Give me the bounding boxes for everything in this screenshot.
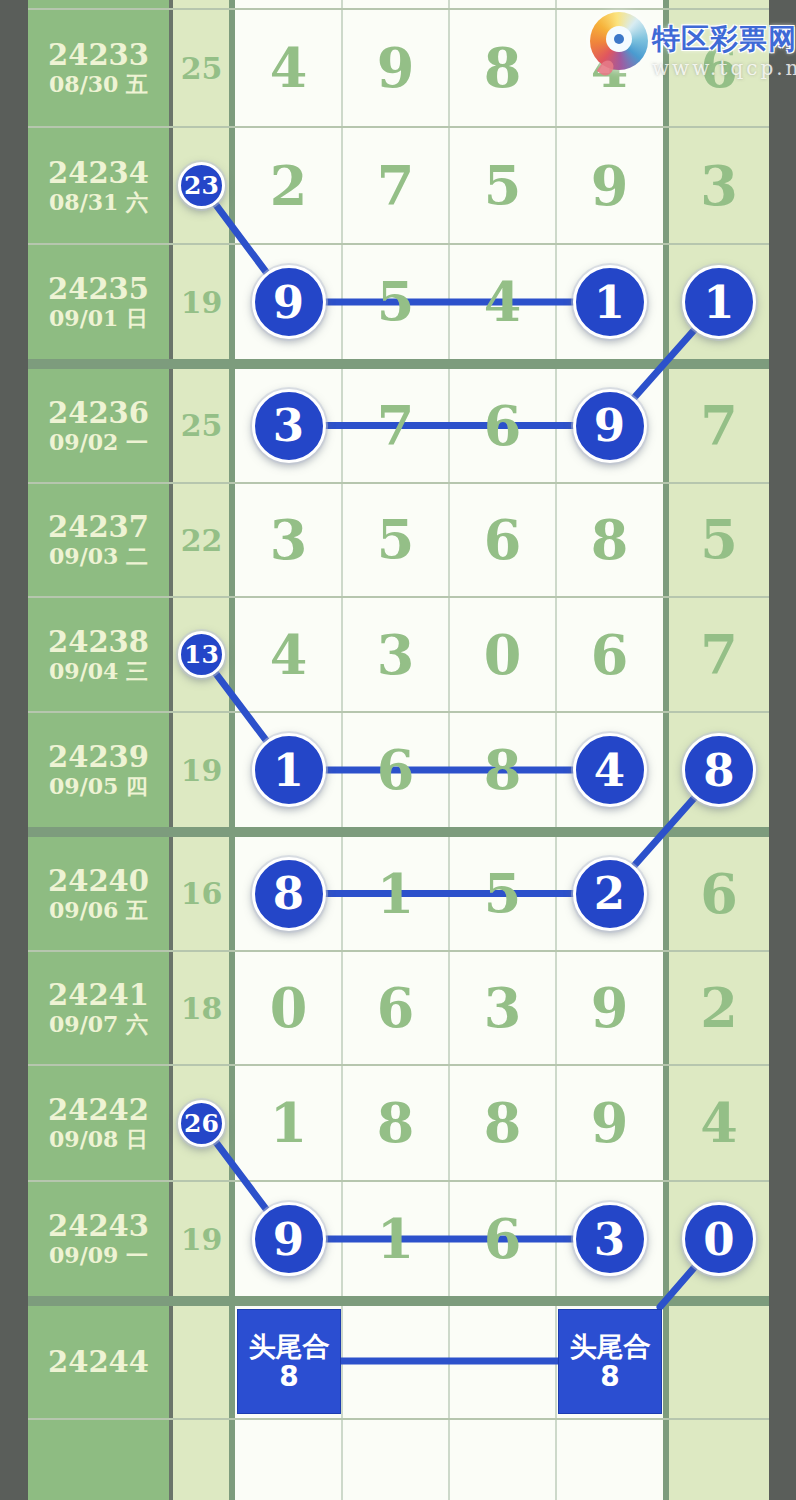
- sum-cell: 25: [173, 10, 230, 126]
- digit-highlight-bubble: 3: [573, 1202, 647, 1276]
- sum-cell: 19: [173, 1182, 230, 1296]
- digit-cell: 5: [342, 484, 449, 596]
- digit-highlight-bubble: 9: [252, 265, 326, 339]
- period-cell: 24239 09/05 四: [28, 713, 169, 827]
- digit-cell: 8: [556, 484, 663, 596]
- digit-cell: 7: [342, 128, 449, 243]
- period-label: 24236: [48, 399, 149, 428]
- tail-highlight-bubble: 8: [682, 733, 756, 807]
- lollipop-swirl-icon: [590, 12, 648, 70]
- table-row-24241: 24241 09/07 六 18 0 6 3 9 2: [28, 952, 769, 1064]
- digit-cell: 4: [235, 598, 342, 711]
- swirl-center-dot: [614, 34, 624, 44]
- tail-cell: 2: [669, 952, 769, 1064]
- sum-value: 25: [181, 408, 223, 443]
- head-tail-box-value: 8: [600, 1362, 619, 1393]
- digit-cell: 6: [342, 713, 449, 827]
- tail-cell: 4: [669, 1066, 769, 1180]
- tail-highlight-bubble: 0: [682, 1202, 756, 1276]
- sum-cell: 22: [173, 484, 230, 596]
- site-watermark-logo: 特区彩票网 www.tqcp.net: [588, 6, 794, 88]
- period-cell: 24236 09/02 一: [28, 369, 169, 482]
- digit-cell: 3: [235, 484, 342, 596]
- swirl-tail: [597, 58, 617, 79]
- digit-highlight-bubble: 1: [252, 733, 326, 807]
- sum-value: 16: [181, 876, 223, 911]
- head-tail-box-value: 8: [279, 1362, 298, 1393]
- tail-cell: 7: [669, 598, 769, 711]
- digit-cell: 6: [449, 1182, 556, 1296]
- period-label: 24238: [48, 628, 149, 657]
- digit-cell: 2: [556, 837, 663, 950]
- digit-cell: 9: [556, 369, 663, 482]
- digit-highlight-bubble: 2: [573, 857, 647, 931]
- period-label: 24234: [48, 159, 149, 188]
- period-cell: 24233 08/30 五: [28, 10, 169, 126]
- sum-cell: 16: [173, 837, 230, 950]
- digit-cell: 1: [235, 1066, 342, 1180]
- digit-cell: 3: [449, 952, 556, 1064]
- digit-cell: 9: [235, 245, 342, 359]
- digit-cell: 1: [342, 1182, 449, 1296]
- table-row-24237: 24237 09/03 二 22 3 5 6 8 5: [28, 484, 769, 596]
- table-row-24240: 24240 09/06 五 16 8 1 5 2 6: [28, 837, 769, 950]
- digit-cell: 9: [556, 952, 663, 1064]
- digit-cell: 9: [556, 1066, 663, 1180]
- digit-cell: 6: [342, 952, 449, 1064]
- tail-highlight-bubble: 1: [682, 265, 756, 339]
- date-label: 09/06 五: [49, 899, 148, 921]
- digit-cell: 1: [342, 837, 449, 950]
- digit-cell: 9: [342, 10, 449, 126]
- head-tail-box-label: 头尾合: [249, 1331, 330, 1362]
- tail-cell: 8: [669, 713, 769, 827]
- digit-cell: 3: [235, 369, 342, 482]
- sum-value: 19: [181, 753, 223, 788]
- head-tail-box: 头尾合 8: [558, 1309, 662, 1414]
- period-cell: 24234 08/31 六: [28, 128, 169, 243]
- date-label: 09/05 四: [49, 775, 148, 797]
- period-label: 24239: [48, 743, 149, 772]
- period-label: 24241: [48, 981, 149, 1010]
- period-cell: 24242 09/08 日: [28, 1066, 169, 1180]
- digit-cell: 4: [556, 713, 663, 827]
- digit-cell: 1: [556, 245, 663, 359]
- digit-cell: 8: [449, 713, 556, 827]
- sum-cell: 19: [173, 713, 230, 827]
- period-cell: 24235 09/01 日: [28, 245, 169, 359]
- digit-cell: 6: [556, 598, 663, 711]
- digit-cell: 0: [449, 598, 556, 711]
- table-row-24243: 24243 09/09 一 19 9 1 6 3 0: [28, 1182, 769, 1296]
- digit-highlight-bubble: 8: [252, 857, 326, 931]
- head-tail-box-label: 头尾合: [570, 1331, 651, 1362]
- digit-highlight-bubble: 3: [252, 389, 326, 463]
- period-cell: 24238 09/04 三: [28, 598, 169, 711]
- date-label: 09/09 一: [49, 1244, 148, 1266]
- sum-value: 19: [181, 1222, 223, 1257]
- period-cell: 24243 09/09 一: [28, 1182, 169, 1296]
- tail-cell: 0: [669, 1182, 769, 1296]
- sum-value: 22: [181, 523, 223, 558]
- sum-value: 25: [181, 51, 223, 86]
- digit-cell: 5: [449, 837, 556, 950]
- sum-value: 19: [181, 285, 223, 320]
- period-label: 24235: [48, 275, 149, 304]
- date-label: 09/01 日: [49, 307, 148, 329]
- digit-highlight-bubble: 1: [573, 265, 647, 339]
- digit-cell: 9: [556, 128, 663, 243]
- period-cell: 24244: [28, 1306, 169, 1418]
- tail-cell: 6: [669, 837, 769, 950]
- site-name: 特区彩票网: [652, 20, 794, 58]
- table-row-24236: 24236 09/02 一 25 3 7 6 9 7: [28, 369, 769, 482]
- tail-cell: 5: [669, 484, 769, 596]
- head-tail-box: 头尾合 8: [237, 1309, 341, 1414]
- table-row-24238: 24238 09/04 三 13 4 3 0 6 7: [28, 598, 769, 711]
- period-cell: 24237 09/03 二: [28, 484, 169, 596]
- table-row-24234: 24234 08/31 六 23 2 7 5 9 3: [28, 128, 769, 243]
- date-label: 09/07 六: [49, 1013, 148, 1035]
- date-label: 09/02 一: [49, 431, 148, 453]
- period-label: 24233: [48, 41, 149, 70]
- sum-cell: 19: [173, 245, 230, 359]
- digit-cell: 8: [449, 1066, 556, 1180]
- table-row-24242: 24242 09/08 日 26 1 8 8 9 4: [28, 1066, 769, 1180]
- period-label: 24243: [48, 1212, 149, 1241]
- tail-cell: 1: [669, 245, 769, 359]
- digit-cell: 5: [342, 245, 449, 359]
- date-label: 08/30 五: [49, 73, 148, 95]
- sum-highlight-bubble: 23: [178, 162, 225, 209]
- digit-cell: 7: [342, 369, 449, 482]
- digit-cell: 3: [556, 1182, 663, 1296]
- table-row-24244: 24244 头尾合 8 头尾合 8: [28, 1306, 769, 1418]
- tail-cell: 3: [669, 128, 769, 243]
- lottery-trend-chart: 24233 08/30 五 25 4 9 8 4 6 24234 08/31 六…: [0, 0, 796, 1500]
- date-label: 08/31 六: [49, 191, 148, 213]
- digit-highlight-bubble: 9: [252, 1202, 326, 1276]
- digit-cell: 4: [235, 10, 342, 126]
- sum-value: 18: [181, 991, 223, 1026]
- period-cell: 24241 09/07 六: [28, 952, 169, 1064]
- sum-cell: 25: [173, 369, 230, 482]
- table-row-24239: 24239 09/05 四 19 1 6 8 4 8: [28, 713, 769, 827]
- period-cell: 24240 09/06 五: [28, 837, 169, 950]
- digit-cell: 6: [449, 484, 556, 596]
- sum-cell: 18: [173, 952, 230, 1064]
- tail-cell: 7: [669, 369, 769, 482]
- digit-cell: 8: [342, 1066, 449, 1180]
- date-label: 09/08 日: [49, 1128, 148, 1150]
- period-label: 24242: [48, 1096, 149, 1125]
- digit-cell: 9: [235, 1182, 342, 1296]
- period-label: 24237: [48, 513, 149, 542]
- sum-highlight-bubble: 13: [178, 631, 225, 678]
- sum-cell: 26: [173, 1066, 230, 1180]
- digit-cell: 3: [342, 598, 449, 711]
- date-label: 09/04 三: [49, 660, 148, 682]
- date-label: 09/03 二: [49, 545, 148, 567]
- site-url: www.tqcp.net: [652, 56, 796, 80]
- table-row-24235: 24235 09/01 日 19 9 5 4 1 1: [28, 245, 769, 359]
- sum-highlight-bubble: 26: [178, 1100, 225, 1147]
- digit-cell: 4: [449, 245, 556, 359]
- sum-cell: 23: [173, 128, 230, 243]
- sum-cell: 13: [173, 598, 230, 711]
- digit-highlight-bubble: 4: [573, 733, 647, 807]
- digit-cell: 8: [449, 10, 556, 126]
- digit-cell: 6: [449, 369, 556, 482]
- period-label: 24244: [48, 1348, 149, 1377]
- digit-cell: 2: [235, 128, 342, 243]
- digit-cell: 8: [235, 837, 342, 950]
- digit-cell: 0: [235, 952, 342, 1064]
- digit-cell: 5: [449, 128, 556, 243]
- digit-highlight-bubble: 9: [573, 389, 647, 463]
- digit-cell: 1: [235, 713, 342, 827]
- period-label: 24240: [48, 867, 149, 896]
